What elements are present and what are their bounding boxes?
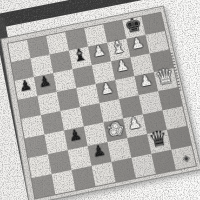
white-pawn[interactable]: ♟	[114, 55, 131, 76]
white-pawn[interactable]: ♟	[98, 78, 115, 100]
black-pawn[interactable]: ♟	[17, 75, 33, 97]
black-pawn[interactable]: ♟	[90, 140, 107, 163]
square-h1[interactable]: ◈	[171, 146, 196, 170]
chessboard-frame: ♚♝♟♝♟♟♟♟♟♟♛♟♚♟♟♛◈	[0, 5, 200, 200]
white-pawn[interactable]: ♟	[126, 112, 143, 134]
black-bishop[interactable]: ♝	[70, 44, 89, 66]
photograph-background: ♚♝♟♝♟♟♟♟♟♟♛♟♚♟♟♛◈	[0, 0, 200, 200]
white-pawn[interactable]: ♟	[129, 33, 146, 54]
white-pawn[interactable]: ♟	[91, 41, 108, 62]
black-pawn[interactable]: ♟	[67, 124, 84, 146]
black-queen[interactable]: ♛	[147, 127, 170, 151]
white-queen[interactable]: ♛	[154, 66, 177, 89]
chessboard: ♚♝♟♝♟♟♟♟♟♟♛♟♚♟♟♛◈	[0, 5, 200, 200]
black-pawn[interactable]: ♟	[37, 71, 54, 92]
chessboard-squares: ♚♝♟♝♟♟♟♟♟♟♛♟♚♟♟♛◈	[7, 12, 197, 200]
white-pawn[interactable]: ♟	[137, 70, 154, 92]
square-e3[interactable]: ♚	[103, 118, 127, 142]
board-maker-logo-icon: ◈	[182, 153, 191, 163]
